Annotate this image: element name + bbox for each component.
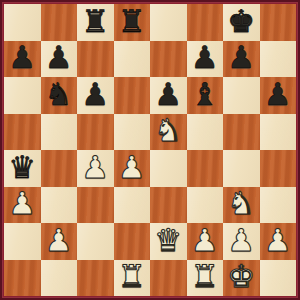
black-king: ♚ (227, 6, 255, 37)
square-h8[interactable] (260, 4, 297, 41)
square-f3[interactable] (187, 187, 224, 224)
square-b1[interactable] (41, 260, 78, 297)
square-c4[interactable]: ♟ (77, 150, 114, 187)
square-g2[interactable]: ♟ (223, 223, 260, 260)
square-f7[interactable]: ♟ (187, 41, 224, 78)
square-d2[interactable] (114, 223, 151, 260)
black-pawn: ♟ (81, 79, 109, 110)
square-e3[interactable] (150, 187, 187, 224)
white-knight: ♞ (154, 115, 182, 146)
square-h5[interactable] (260, 114, 297, 151)
square-a5[interactable] (4, 114, 41, 151)
black-pawn: ♟ (154, 79, 182, 110)
square-d8[interactable]: ♜ (114, 4, 151, 41)
square-b7[interactable]: ♟ (41, 41, 78, 78)
square-c5[interactable] (77, 114, 114, 151)
white-pawn: ♟ (81, 152, 109, 183)
square-d4[interactable]: ♟ (114, 150, 151, 187)
white-pawn: ♟ (264, 225, 292, 256)
square-g7[interactable]: ♟ (223, 41, 260, 78)
chess-board-frame: ♜♜♚♟♟♟♟♞♟♟♝♟♞♛♟♟♟♞♟♛♟♟♟♜♜♚ (0, 0, 300, 300)
black-bishop: ♝ (191, 79, 219, 110)
square-e7[interactable] (150, 41, 187, 78)
white-pawn: ♟ (45, 225, 73, 256)
white-pawn: ♟ (191, 225, 219, 256)
square-b8[interactable] (41, 4, 78, 41)
square-b5[interactable] (41, 114, 78, 151)
square-d5[interactable] (114, 114, 151, 151)
square-b4[interactable] (41, 150, 78, 187)
square-g5[interactable] (223, 114, 260, 151)
chess-board: ♜♜♚♟♟♟♟♞♟♟♝♟♞♛♟♟♟♞♟♛♟♟♟♜♜♚ (4, 4, 296, 296)
square-h6[interactable]: ♟ (260, 77, 297, 114)
square-c3[interactable] (77, 187, 114, 224)
square-c1[interactable] (77, 260, 114, 297)
black-pawn: ♟ (45, 42, 73, 73)
square-h1[interactable] (260, 260, 297, 297)
square-e1[interactable] (150, 260, 187, 297)
square-f6[interactable]: ♝ (187, 77, 224, 114)
white-pawn: ♟ (8, 188, 36, 219)
square-a4[interactable]: ♛ (4, 150, 41, 187)
black-pawn: ♟ (227, 42, 255, 73)
square-g1[interactable]: ♚ (223, 260, 260, 297)
square-e5[interactable]: ♞ (150, 114, 187, 151)
square-d3[interactable] (114, 187, 151, 224)
black-knight: ♞ (45, 79, 73, 110)
square-a1[interactable] (4, 260, 41, 297)
black-pawn: ♟ (8, 42, 36, 73)
square-g3[interactable]: ♞ (223, 187, 260, 224)
white-rook: ♜ (118, 261, 146, 292)
square-g4[interactable] (223, 150, 260, 187)
white-pawn: ♟ (227, 225, 255, 256)
square-d6[interactable] (114, 77, 151, 114)
white-king: ♚ (227, 261, 255, 292)
square-f1[interactable]: ♜ (187, 260, 224, 297)
square-h4[interactable] (260, 150, 297, 187)
square-b2[interactable]: ♟ (41, 223, 78, 260)
white-rook: ♜ (191, 261, 219, 292)
square-b6[interactable]: ♞ (41, 77, 78, 114)
square-c8[interactable]: ♜ (77, 4, 114, 41)
square-h2[interactable]: ♟ (260, 223, 297, 260)
square-f8[interactable] (187, 4, 224, 41)
white-pawn: ♟ (118, 152, 146, 183)
black-queen: ♛ (8, 152, 36, 183)
square-f4[interactable] (187, 150, 224, 187)
square-a7[interactable]: ♟ (4, 41, 41, 78)
square-b3[interactable] (41, 187, 78, 224)
square-a6[interactable] (4, 77, 41, 114)
square-e2[interactable]: ♛ (150, 223, 187, 260)
black-pawn: ♟ (264, 79, 292, 110)
square-c2[interactable] (77, 223, 114, 260)
black-rook: ♜ (81, 6, 109, 37)
white-knight: ♞ (227, 188, 255, 219)
square-a8[interactable] (4, 4, 41, 41)
square-c7[interactable] (77, 41, 114, 78)
square-d7[interactable] (114, 41, 151, 78)
square-e4[interactable] (150, 150, 187, 187)
black-rook: ♜ (118, 6, 146, 37)
square-a2[interactable] (4, 223, 41, 260)
white-queen: ♛ (154, 225, 182, 256)
square-h7[interactable] (260, 41, 297, 78)
square-f5[interactable] (187, 114, 224, 151)
square-h3[interactable] (260, 187, 297, 224)
square-e8[interactable] (150, 4, 187, 41)
square-g6[interactable] (223, 77, 260, 114)
square-e6[interactable]: ♟ (150, 77, 187, 114)
square-g8[interactable]: ♚ (223, 4, 260, 41)
black-pawn: ♟ (191, 42, 219, 73)
square-f2[interactable]: ♟ (187, 223, 224, 260)
square-d1[interactable]: ♜ (114, 260, 151, 297)
square-a3[interactable]: ♟ (4, 187, 41, 224)
square-c6[interactable]: ♟ (77, 77, 114, 114)
